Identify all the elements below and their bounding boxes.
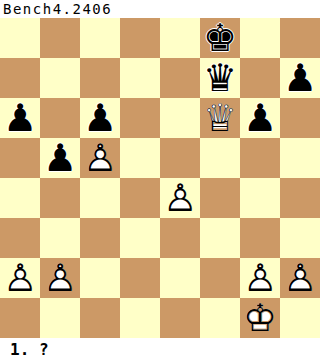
square-e7[interactable] <box>160 58 200 98</box>
square-f5[interactable] <box>200 138 240 178</box>
black-pawn[interactable]: ♟ <box>280 58 320 98</box>
square-f8[interactable]: ♚ <box>200 18 240 58</box>
black-queen[interactable]: ♛ <box>200 58 240 98</box>
square-e5[interactable] <box>160 138 200 178</box>
square-f7[interactable]: ♛ <box>200 58 240 98</box>
square-g4[interactable] <box>240 178 280 218</box>
square-c2[interactable] <box>80 258 120 298</box>
square-a6[interactable]: ♟ <box>0 98 40 138</box>
square-a4[interactable] <box>0 178 40 218</box>
square-g8[interactable] <box>240 18 280 58</box>
piece-outline: ♙ <box>40 258 80 298</box>
square-c1[interactable] <box>80 298 120 338</box>
square-d6[interactable] <box>120 98 160 138</box>
square-e2[interactable] <box>160 258 200 298</box>
square-h3[interactable] <box>280 218 320 258</box>
square-c3[interactable] <box>80 218 120 258</box>
square-g7[interactable] <box>240 58 280 98</box>
square-d4[interactable] <box>120 178 160 218</box>
square-b2[interactable]: ♟♙ <box>40 258 80 298</box>
square-c8[interactable] <box>80 18 120 58</box>
black-pawn[interactable]: ♟ <box>40 138 80 178</box>
square-b5[interactable]: ♟ <box>40 138 80 178</box>
square-d7[interactable] <box>120 58 160 98</box>
move-prompt: 1. ? <box>10 340 49 359</box>
square-c6[interactable]: ♟ <box>80 98 120 138</box>
white-king[interactable]: ♚♔ <box>240 298 280 338</box>
square-h7[interactable]: ♟ <box>280 58 320 98</box>
piece-outline: ♙ <box>80 138 120 178</box>
square-e6[interactable] <box>160 98 200 138</box>
square-b4[interactable] <box>40 178 80 218</box>
square-a7[interactable] <box>0 58 40 98</box>
square-c5[interactable]: ♟♙ <box>80 138 120 178</box>
square-g3[interactable] <box>240 218 280 258</box>
square-a5[interactable] <box>0 138 40 178</box>
white-queen[interactable]: ♛♕ <box>200 98 240 138</box>
square-d3[interactable] <box>120 218 160 258</box>
square-d1[interactable] <box>120 298 160 338</box>
piece-outline: ♙ <box>240 258 280 298</box>
white-pawn[interactable]: ♟♙ <box>240 258 280 298</box>
square-h8[interactable] <box>280 18 320 58</box>
square-c4[interactable] <box>80 178 120 218</box>
square-g5[interactable] <box>240 138 280 178</box>
square-f6[interactable]: ♛♕ <box>200 98 240 138</box>
square-f1[interactable] <box>200 298 240 338</box>
black-pawn[interactable]: ♟ <box>0 98 40 138</box>
white-pawn[interactable]: ♟♙ <box>160 178 200 218</box>
piece-outline: ♔ <box>240 298 280 338</box>
square-g1[interactable]: ♚♔ <box>240 298 280 338</box>
chess-board: ♚♛♟♟♟♛♕♟♟♟♙♟♙♟♙♟♙♟♙♟♙♚♔ <box>0 18 320 338</box>
square-h6[interactable] <box>280 98 320 138</box>
square-a1[interactable] <box>0 298 40 338</box>
square-g2[interactable]: ♟♙ <box>240 258 280 298</box>
status-bar: 1. ? <box>0 338 320 360</box>
black-pawn[interactable]: ♟ <box>240 98 280 138</box>
square-b7[interactable] <box>40 58 80 98</box>
black-king[interactable]: ♚ <box>200 18 240 58</box>
square-e8[interactable] <box>160 18 200 58</box>
square-b8[interactable] <box>40 18 80 58</box>
white-pawn[interactable]: ♟♙ <box>80 138 120 178</box>
square-f2[interactable] <box>200 258 240 298</box>
white-pawn[interactable]: ♟♙ <box>280 258 320 298</box>
square-g6[interactable]: ♟ <box>240 98 280 138</box>
square-b6[interactable] <box>40 98 80 138</box>
square-h5[interactable] <box>280 138 320 178</box>
square-d8[interactable] <box>120 18 160 58</box>
white-pawn[interactable]: ♟♙ <box>0 258 40 298</box>
piece-outline: ♕ <box>200 98 240 138</box>
square-e3[interactable] <box>160 218 200 258</box>
square-c7[interactable] <box>80 58 120 98</box>
piece-outline: ♙ <box>280 258 320 298</box>
square-h1[interactable] <box>280 298 320 338</box>
square-e1[interactable] <box>160 298 200 338</box>
square-d2[interactable] <box>120 258 160 298</box>
square-e4[interactable]: ♟♙ <box>160 178 200 218</box>
square-f3[interactable] <box>200 218 240 258</box>
white-pawn[interactable]: ♟♙ <box>40 258 80 298</box>
square-a8[interactable] <box>0 18 40 58</box>
square-b3[interactable] <box>40 218 80 258</box>
chess-app-window: Bench4.2406 ♚♛♟♟♟♛♕♟♟♟♙♟♙♟♙♟♙♟♙♟♙♚♔ 1. ? <box>0 0 320 360</box>
square-h4[interactable] <box>280 178 320 218</box>
square-h2[interactable]: ♟♙ <box>280 258 320 298</box>
piece-outline: ♙ <box>160 178 200 218</box>
square-a3[interactable] <box>0 218 40 258</box>
square-f4[interactable] <box>200 178 240 218</box>
window-title: Bench4.2406 <box>3 1 112 17</box>
title-bar: Bench4.2406 <box>0 0 320 18</box>
piece-outline: ♙ <box>0 258 40 298</box>
square-d5[interactable] <box>120 138 160 178</box>
black-pawn[interactable]: ♟ <box>80 98 120 138</box>
square-b1[interactable] <box>40 298 80 338</box>
square-a2[interactable]: ♟♙ <box>0 258 40 298</box>
